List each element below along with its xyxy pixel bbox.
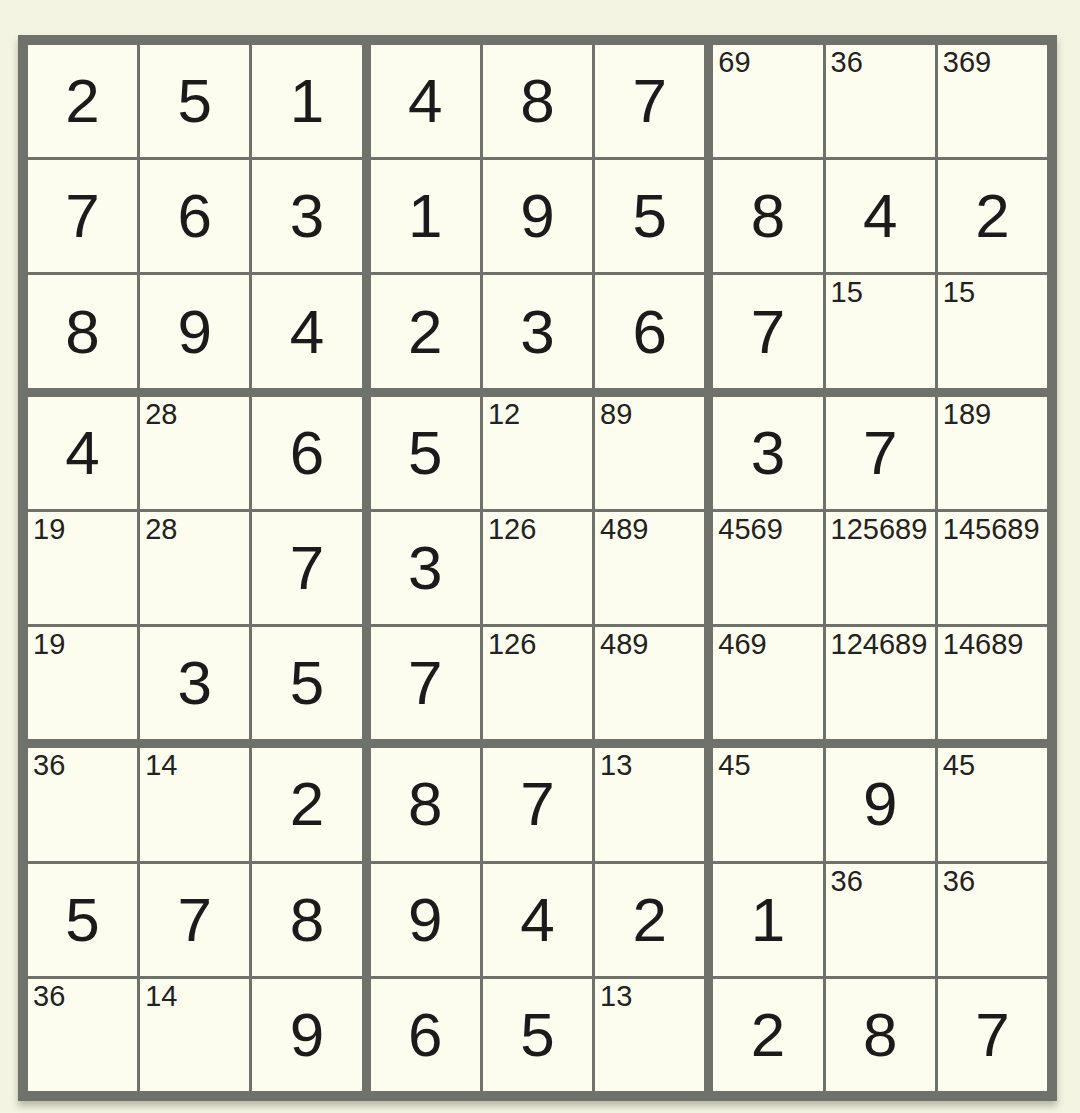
cell-value: 3 bbox=[371, 512, 480, 624]
cell-r8c3[interactable]: 8 bbox=[252, 864, 361, 976]
cell-r3c1[interactable]: 8 bbox=[28, 275, 137, 387]
cell-r5c1[interactable]: 19 bbox=[28, 512, 137, 624]
cell-pencil-marks: 125689 bbox=[831, 514, 928, 544]
cell-r5c4[interactable]: 3 bbox=[371, 512, 480, 624]
cell-pencil-marks: 15 bbox=[831, 277, 863, 307]
cell-value: 9 bbox=[252, 979, 361, 1091]
cell-value: 8 bbox=[252, 864, 361, 976]
cell-r3c7[interactable]: 7 bbox=[713, 275, 822, 387]
cell-r2c7[interactable]: 8 bbox=[713, 160, 822, 272]
cell-r8c1[interactable]: 5 bbox=[28, 864, 137, 976]
cell-r7c4[interactable]: 8 bbox=[371, 748, 480, 860]
cell-r4c8[interactable]: 7 bbox=[826, 397, 935, 509]
cell-pencil-marks: 36 bbox=[831, 866, 863, 896]
cell-pencil-marks: 189 bbox=[943, 399, 991, 429]
cell-pencil-marks: 28 bbox=[145, 514, 177, 544]
cell-pencil-marks: 14 bbox=[145, 750, 177, 780]
cell-r4c7[interactable]: 3 bbox=[713, 397, 822, 509]
sudoku-box-9: 4594513636287 bbox=[713, 748, 1047, 1091]
cell-value: 8 bbox=[371, 748, 480, 860]
cell-pencil-marks: 36 bbox=[33, 981, 65, 1011]
cell-r4c6[interactable]: 89 bbox=[595, 397, 704, 509]
cell-pencil-marks: 89 bbox=[600, 399, 632, 429]
cell-r8c6[interactable]: 2 bbox=[595, 864, 704, 976]
cell-r3c4[interactable]: 2 bbox=[371, 275, 480, 387]
cell-pencil-marks: 469 bbox=[718, 629, 766, 659]
cell-r2c6[interactable]: 5 bbox=[595, 160, 704, 272]
cell-r2c2[interactable]: 6 bbox=[140, 160, 249, 272]
cell-r4c2[interactable]: 28 bbox=[140, 397, 249, 509]
cell-value: 6 bbox=[595, 275, 704, 387]
cell-value: 4 bbox=[28, 397, 137, 509]
cell-r9c2[interactable]: 14 bbox=[140, 979, 249, 1091]
cell-pencil-marks: 19 bbox=[33, 514, 65, 544]
cell-r6c3[interactable]: 5 bbox=[252, 627, 361, 739]
cell-r6c6[interactable]: 489 bbox=[595, 627, 704, 739]
cell-pencil-marks: 36 bbox=[33, 750, 65, 780]
cell-r6c8[interactable]: 124689 bbox=[826, 627, 935, 739]
cell-pencil-marks: 489 bbox=[600, 629, 648, 659]
cell-value: 9 bbox=[140, 275, 249, 387]
sudoku-box-3: 693636984271515 bbox=[713, 45, 1047, 388]
cell-value: 2 bbox=[595, 864, 704, 976]
sudoku-box-5: 5128931264897126489 bbox=[371, 397, 705, 740]
sudoku-box-7: 3614257836149 bbox=[28, 748, 362, 1091]
cell-r8c4[interactable]: 9 bbox=[371, 864, 480, 976]
cell-value: 4 bbox=[252, 275, 361, 387]
cell-r6c4[interactable]: 7 bbox=[371, 627, 480, 739]
cell-r7c9[interactable]: 45 bbox=[938, 748, 1047, 860]
cell-r8c5[interactable]: 4 bbox=[483, 864, 592, 976]
cell-value: 7 bbox=[140, 864, 249, 976]
cell-r6c5[interactable]: 126 bbox=[483, 627, 592, 739]
cell-value: 7 bbox=[371, 627, 480, 739]
cell-r2c9[interactable]: 2 bbox=[938, 160, 1047, 272]
cell-pencil-marks: 145689 bbox=[943, 514, 1040, 544]
cell-value: 4 bbox=[483, 864, 592, 976]
cell-r9c7[interactable]: 2 bbox=[713, 979, 822, 1091]
cell-r2c4[interactable]: 1 bbox=[371, 160, 480, 272]
cell-r3c5[interactable]: 3 bbox=[483, 275, 592, 387]
cell-pencil-marks: 124689 bbox=[831, 629, 928, 659]
cell-r2c5[interactable]: 9 bbox=[483, 160, 592, 272]
cell-r5c2[interactable]: 28 bbox=[140, 512, 249, 624]
cell-pencil-marks: 28 bbox=[145, 399, 177, 429]
cell-value: 6 bbox=[252, 397, 361, 509]
cell-r3c6[interactable]: 6 bbox=[595, 275, 704, 387]
sudoku-box-2: 487195236 bbox=[371, 45, 705, 388]
cell-pencil-marks: 4569 bbox=[718, 514, 783, 544]
sudoku-box-6: 37189456912568914568946912468914689 bbox=[713, 397, 1047, 740]
cell-value: 3 bbox=[483, 275, 592, 387]
cell-value: 8 bbox=[826, 979, 935, 1091]
cell-r9c6[interactable]: 13 bbox=[595, 979, 704, 1091]
cell-r2c8[interactable]: 4 bbox=[826, 160, 935, 272]
cell-r8c9[interactable]: 36 bbox=[938, 864, 1047, 976]
cell-pencil-marks: 489 bbox=[600, 514, 648, 544]
cell-r9c4[interactable]: 6 bbox=[371, 979, 480, 1091]
cell-r9c1[interactable]: 36 bbox=[28, 979, 137, 1091]
cell-pencil-marks: 19 bbox=[33, 629, 65, 659]
cell-value: 1 bbox=[713, 864, 822, 976]
cell-r2c1[interactable]: 7 bbox=[28, 160, 137, 272]
cell-value: 6 bbox=[371, 979, 480, 1091]
cell-pencil-marks: 13 bbox=[600, 981, 632, 1011]
cell-value: 8 bbox=[713, 160, 822, 272]
cell-value: 1 bbox=[371, 160, 480, 272]
cell-r7c6[interactable]: 13 bbox=[595, 748, 704, 860]
cell-r4c9[interactable]: 189 bbox=[938, 397, 1047, 509]
cell-r8c7[interactable]: 1 bbox=[713, 864, 822, 976]
cell-value: 7 bbox=[252, 512, 361, 624]
cell-value: 7 bbox=[713, 275, 822, 387]
cell-r1c1[interactable]: 2 bbox=[28, 45, 137, 157]
cell-value: 4 bbox=[371, 45, 480, 157]
cell-pencil-marks: 12 bbox=[488, 399, 520, 429]
cell-r8c2[interactable]: 7 bbox=[140, 864, 249, 976]
sudoku-board: 2517638944871952366936369842715154286192… bbox=[18, 35, 1057, 1101]
cell-r1c2[interactable]: 5 bbox=[140, 45, 249, 157]
cell-r7c5[interactable]: 7 bbox=[483, 748, 592, 860]
cell-value: 5 bbox=[483, 979, 592, 1091]
cell-pencil-marks: 13 bbox=[600, 750, 632, 780]
cell-value: 3 bbox=[252, 160, 361, 272]
cell-value: 5 bbox=[371, 397, 480, 509]
cell-r1c9[interactable]: 369 bbox=[938, 45, 1047, 157]
cell-value: 5 bbox=[28, 864, 137, 976]
cell-r6c7[interactable]: 469 bbox=[713, 627, 822, 739]
cell-value: 3 bbox=[140, 627, 249, 739]
cell-pencil-marks: 15 bbox=[943, 277, 975, 307]
cell-r9c3[interactable]: 9 bbox=[252, 979, 361, 1091]
cell-value: 7 bbox=[938, 979, 1047, 1091]
sudoku-box-4: 4286192871935 bbox=[28, 397, 362, 740]
cell-r5c5[interactable]: 126 bbox=[483, 512, 592, 624]
sudoku-box-1: 251763894 bbox=[28, 45, 362, 388]
cell-value: 2 bbox=[28, 45, 137, 157]
cell-value: 2 bbox=[713, 979, 822, 1091]
cell-r1c6[interactable]: 7 bbox=[595, 45, 704, 157]
cell-value: 5 bbox=[140, 45, 249, 157]
cell-r6c2[interactable]: 3 bbox=[140, 627, 249, 739]
cell-value: 9 bbox=[483, 160, 592, 272]
cell-r3c3[interactable]: 4 bbox=[252, 275, 361, 387]
cell-value: 8 bbox=[483, 45, 592, 157]
cell-r4c1[interactable]: 4 bbox=[28, 397, 137, 509]
cell-r4c5[interactable]: 12 bbox=[483, 397, 592, 509]
cell-r4c4[interactable]: 5 bbox=[371, 397, 480, 509]
cell-value: 3 bbox=[713, 397, 822, 509]
cell-value: 7 bbox=[826, 397, 935, 509]
cell-r6c9[interactable]: 14689 bbox=[938, 627, 1047, 739]
cell-r3c9[interactable]: 15 bbox=[938, 275, 1047, 387]
cell-pencil-marks: 45 bbox=[943, 750, 975, 780]
cell-r5c8[interactable]: 125689 bbox=[826, 512, 935, 624]
cell-r1c5[interactable]: 8 bbox=[483, 45, 592, 157]
cell-value: 7 bbox=[483, 748, 592, 860]
cell-r5c9[interactable]: 145689 bbox=[938, 512, 1047, 624]
sudoku-box-8: 87139426513 bbox=[371, 748, 705, 1091]
cell-pencil-marks: 369 bbox=[943, 47, 991, 77]
cell-pencil-marks: 126 bbox=[488, 629, 536, 659]
cell-r6c1[interactable]: 19 bbox=[28, 627, 137, 739]
cell-pencil-marks: 36 bbox=[943, 866, 975, 896]
cell-r5c6[interactable]: 489 bbox=[595, 512, 704, 624]
cell-value: 7 bbox=[595, 45, 704, 157]
cell-pencil-marks: 14 bbox=[145, 981, 177, 1011]
cell-value: 6 bbox=[140, 160, 249, 272]
cell-value: 2 bbox=[371, 275, 480, 387]
cell-value: 2 bbox=[938, 160, 1047, 272]
cell-r7c3[interactable]: 2 bbox=[252, 748, 361, 860]
cell-r1c7[interactable]: 69 bbox=[713, 45, 822, 157]
cell-r1c8[interactable]: 36 bbox=[826, 45, 935, 157]
cell-pencil-marks: 45 bbox=[718, 750, 750, 780]
cell-value: 7 bbox=[28, 160, 137, 272]
cell-pencil-marks: 14689 bbox=[943, 629, 1024, 659]
cell-r5c3[interactable]: 7 bbox=[252, 512, 361, 624]
cell-pencil-marks: 69 bbox=[718, 47, 750, 77]
cell-r2c3[interactable]: 3 bbox=[252, 160, 361, 272]
cell-value: 2 bbox=[252, 748, 361, 860]
cell-pencil-marks: 126 bbox=[488, 514, 536, 544]
cell-r3c2[interactable]: 9 bbox=[140, 275, 249, 387]
cell-r5c7[interactable]: 4569 bbox=[713, 512, 822, 624]
cell-r7c2[interactable]: 14 bbox=[140, 748, 249, 860]
cell-value: 5 bbox=[595, 160, 704, 272]
cell-value: 9 bbox=[826, 748, 935, 860]
cell-r7c1[interactable]: 36 bbox=[28, 748, 137, 860]
cell-r7c7[interactable]: 45 bbox=[713, 748, 822, 860]
cell-r9c5[interactable]: 5 bbox=[483, 979, 592, 1091]
cell-value: 8 bbox=[28, 275, 137, 387]
cell-r1c3[interactable]: 1 bbox=[252, 45, 361, 157]
cell-r9c9[interactable]: 7 bbox=[938, 979, 1047, 1091]
cell-pencil-marks: 36 bbox=[831, 47, 863, 77]
cell-r7c8[interactable]: 9 bbox=[826, 748, 935, 860]
cell-value: 9 bbox=[371, 864, 480, 976]
cell-r1c4[interactable]: 4 bbox=[371, 45, 480, 157]
cell-r9c8[interactable]: 8 bbox=[826, 979, 935, 1091]
cell-r4c3[interactable]: 6 bbox=[252, 397, 361, 509]
cell-r8c8[interactable]: 36 bbox=[826, 864, 935, 976]
cell-value: 4 bbox=[826, 160, 935, 272]
cell-r3c8[interactable]: 15 bbox=[826, 275, 935, 387]
cell-value: 5 bbox=[252, 627, 361, 739]
cell-value: 1 bbox=[252, 45, 361, 157]
